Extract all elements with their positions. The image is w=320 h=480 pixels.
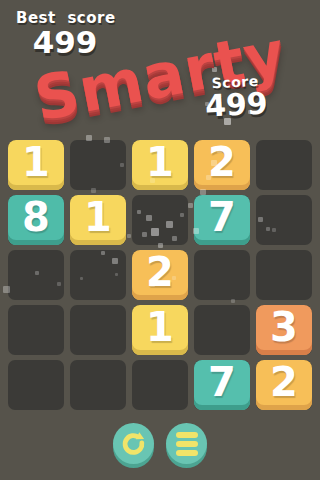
- tile-2[interactable]: 2: [256, 360, 312, 410]
- restart-button[interactable]: [113, 423, 154, 464]
- board-cell: 3: [256, 305, 312, 355]
- board-cell: [8, 250, 64, 300]
- best-score-panel: Best score 499: [16, 9, 114, 58]
- board-cell: 1: [132, 140, 188, 190]
- tile-1[interactable]: 1: [132, 140, 188, 190]
- tile-1[interactable]: 1: [8, 140, 64, 190]
- board-cell: [8, 360, 64, 410]
- tile-8[interactable]: 8: [8, 195, 64, 245]
- board-cell: 7: [194, 360, 250, 410]
- board-cell: [70, 360, 126, 410]
- menu-button[interactable]: [166, 423, 207, 464]
- particle: [212, 67, 217, 72]
- current-score-panel: Score 499: [199, 72, 273, 122]
- board-cell: [194, 250, 250, 300]
- score-value: 499: [200, 88, 273, 122]
- tile-1[interactable]: 1: [70, 195, 126, 245]
- board-cell: [132, 360, 188, 410]
- board-cell: [8, 305, 64, 355]
- board-cell: 1: [132, 305, 188, 355]
- menu-icon: [176, 432, 198, 456]
- board-cell: 1: [8, 140, 64, 190]
- tile-3[interactable]: 3: [256, 305, 312, 355]
- board-cell: [256, 195, 312, 245]
- tile-1[interactable]: 1: [132, 305, 188, 355]
- board-cell: 7: [194, 195, 250, 245]
- tile-2[interactable]: 2: [132, 250, 188, 300]
- board-cell: [70, 140, 126, 190]
- tile-2[interactable]: 2: [194, 140, 250, 190]
- board-cell: 1: [70, 195, 126, 245]
- tile-7[interactable]: 7: [194, 195, 250, 245]
- board-cell: 2: [194, 140, 250, 190]
- board-cell: [256, 140, 312, 190]
- board-cell: [70, 305, 126, 355]
- board-cell: [70, 250, 126, 300]
- board-cell: [132, 195, 188, 245]
- board-cell: 2: [256, 360, 312, 410]
- game-screen: Best score 499 Smarty Score 499 11281721…: [0, 0, 320, 480]
- restart-icon: [120, 430, 147, 457]
- best-score-value: 499: [16, 27, 114, 58]
- board-cell: [194, 305, 250, 355]
- board-cell: 8: [8, 195, 64, 245]
- board-cell: 2: [132, 250, 188, 300]
- game-board[interactable]: 11281721372: [8, 140, 312, 410]
- control-bar: [0, 423, 320, 464]
- board-cell: [256, 250, 312, 300]
- tile-7[interactable]: 7: [194, 360, 250, 410]
